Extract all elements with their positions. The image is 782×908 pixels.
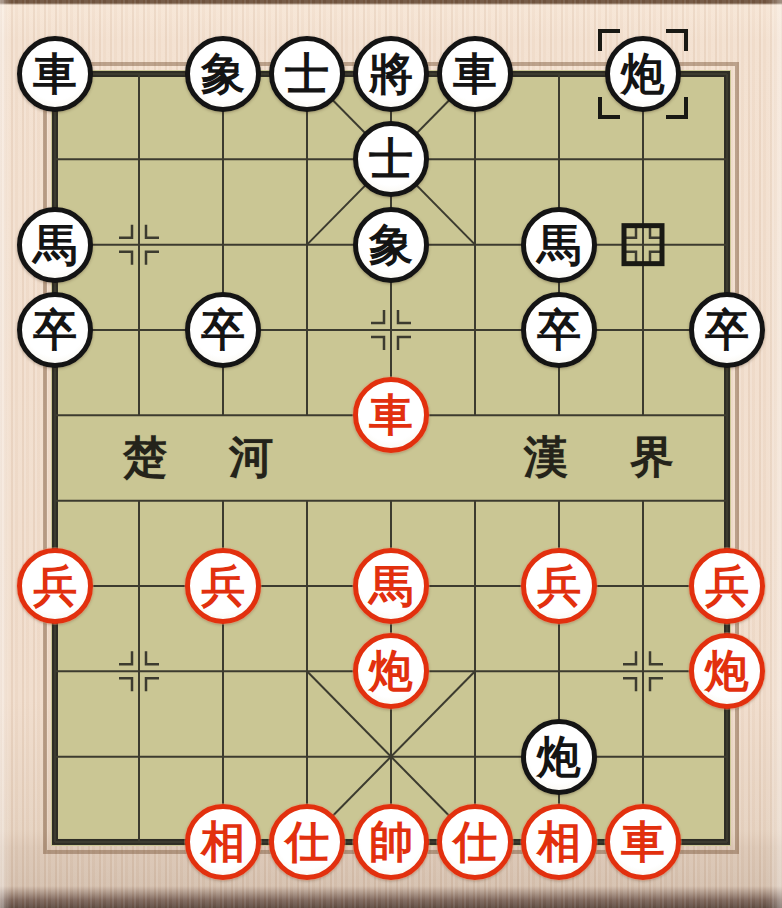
piece-red-chariot[interactable]: 車 [353,377,429,453]
piece-black-cannon[interactable]: 炮 [605,36,681,112]
piece-black-soldier[interactable]: 卒 [185,292,261,368]
piece-black-advisor[interactable]: 士 [269,36,345,112]
piece-black-elephant[interactable]: 象 [185,36,261,112]
xiangqi-board: 楚 河 漢 界 車象士將車炮士馬象馬卒卒卒卒炮車兵兵馬兵兵炮炮相仕帥仕相車 [0,0,782,908]
piece-black-general[interactable]: 將 [353,36,429,112]
piece-black-cannon[interactable]: 炮 [521,719,597,795]
river-label-chu: 楚 [123,428,167,487]
piece-red-horse[interactable]: 馬 [353,548,429,624]
piece-black-chariot[interactable]: 車 [437,36,513,112]
piece-red-chariot[interactable]: 車 [605,804,681,880]
river-label-he: 河 [229,428,273,487]
piece-black-soldier[interactable]: 卒 [689,292,765,368]
piece-black-chariot[interactable]: 車 [17,36,93,112]
piece-red-advisor[interactable]: 仕 [269,804,345,880]
piece-red-advisor[interactable]: 仕 [437,804,513,880]
piece-black-soldier[interactable]: 卒 [17,292,93,368]
piece-red-cannon[interactable]: 炮 [689,633,765,709]
piece-red-elephant[interactable]: 相 [521,804,597,880]
piece-red-soldier[interactable]: 兵 [185,548,261,624]
piece-black-horse[interactable]: 馬 [521,207,597,283]
piece-black-advisor[interactable]: 士 [353,121,429,197]
piece-black-elephant[interactable]: 象 [353,207,429,283]
river-label-han: 漢 [524,428,568,487]
piece-red-general[interactable]: 帥 [353,804,429,880]
piece-red-soldier[interactable]: 兵 [689,548,765,624]
piece-red-soldier[interactable]: 兵 [521,548,597,624]
piece-black-horse[interactable]: 馬 [17,207,93,283]
piece-red-soldier[interactable]: 兵 [17,548,93,624]
piece-red-elephant[interactable]: 相 [185,804,261,880]
river-label-jie: 界 [630,428,674,487]
piece-black-soldier[interactable]: 卒 [521,292,597,368]
piece-red-cannon[interactable]: 炮 [353,633,429,709]
